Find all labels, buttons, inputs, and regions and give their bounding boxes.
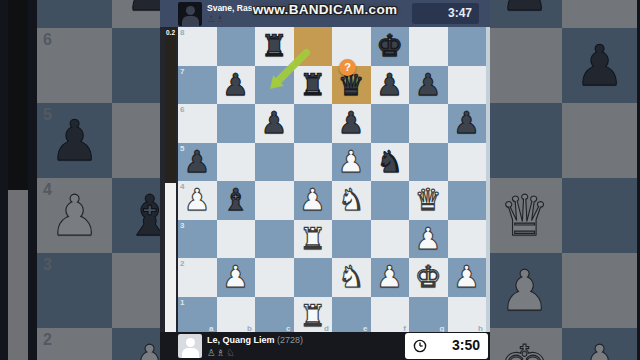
square-h8[interactable] bbox=[448, 27, 487, 66]
bandicam-watermark: www.BANDICAM.com bbox=[160, 2, 490, 17]
square-a7[interactable]: 7 bbox=[178, 66, 217, 105]
mistake-badge: ? bbox=[339, 59, 356, 76]
square-b2[interactable]: ♟ bbox=[217, 258, 256, 297]
piece-bp-e6[interactable]: ♟ bbox=[338, 108, 365, 138]
rank-label-2: 2 bbox=[180, 259, 184, 268]
piece-wp-a4[interactable]: ♟ bbox=[184, 185, 211, 215]
rank-label-8: 8 bbox=[180, 28, 184, 37]
piece-wn-e2[interactable]: ♞ bbox=[338, 262, 365, 292]
eval-bar-black bbox=[165, 27, 176, 183]
piece-br-d7[interactable]: ♜ bbox=[299, 70, 326, 100]
piece-bn-f5[interactable]: ♞ bbox=[376, 147, 403, 177]
bottom-player-rating: (2728) bbox=[277, 335, 303, 345]
piece-wq-g4[interactable]: ♛ bbox=[415, 185, 442, 215]
square-b8[interactable] bbox=[217, 27, 256, 66]
bottom-player-avatar bbox=[178, 334, 202, 358]
square-h6[interactable]: ♟ bbox=[448, 104, 487, 143]
eval-bar: 0.2 bbox=[165, 27, 176, 332]
bottom-player-name-text: Le, Quang Liem bbox=[207, 335, 275, 345]
rank-label-7: 7 bbox=[180, 67, 184, 76]
piece-wp-b2[interactable]: ♟ bbox=[222, 262, 249, 292]
piece-bp-c6[interactable]: ♟ bbox=[261, 108, 288, 138]
square-d6[interactable] bbox=[294, 104, 333, 143]
square-b3[interactable] bbox=[217, 220, 256, 259]
square-c5[interactable] bbox=[255, 143, 294, 182]
square-h5[interactable] bbox=[448, 143, 487, 182]
square-c4[interactable] bbox=[255, 181, 294, 220]
square-g4[interactable]: ♛ bbox=[409, 181, 448, 220]
square-a5[interactable]: ♟5 bbox=[178, 143, 217, 182]
avatar-body-icon bbox=[182, 16, 199, 26]
square-f4[interactable] bbox=[371, 181, 410, 220]
bottom-player-bar: Le, Quang Liem (2728) ♙♗♘ 3:50 bbox=[160, 332, 490, 360]
piece-bp-g7[interactable]: ♟ bbox=[415, 70, 442, 100]
piece-bb-b4[interactable]: ♝ bbox=[222, 185, 249, 215]
square-f1[interactable]: f bbox=[371, 297, 410, 336]
square-e2[interactable]: ♞ bbox=[332, 258, 371, 297]
piece-wp-g3[interactable]: ♟ bbox=[415, 224, 442, 254]
square-e1[interactable]: e bbox=[332, 297, 371, 336]
piece-bp-a5[interactable]: ♟ bbox=[184, 147, 211, 177]
piece-wk-g2[interactable]: ♚ bbox=[415, 262, 442, 292]
square-f5[interactable]: ♞ bbox=[371, 143, 410, 182]
bottom-player-captured-pieces: ♙♗♘ bbox=[207, 347, 236, 358]
rank-label-6: 6 bbox=[180, 105, 184, 114]
avatar-body-icon bbox=[182, 348, 199, 358]
square-b4[interactable]: ♝ bbox=[217, 181, 256, 220]
square-d7[interactable]: ♜ bbox=[294, 66, 333, 105]
piece-bp-b7[interactable]: ♟ bbox=[222, 70, 249, 100]
piece-wp-d4[interactable]: ♟ bbox=[299, 185, 326, 215]
square-f3[interactable] bbox=[371, 220, 410, 259]
square-f6[interactable] bbox=[371, 104, 410, 143]
square-d3[interactable]: ♜ bbox=[294, 220, 333, 259]
square-h4[interactable] bbox=[448, 181, 487, 220]
bottom-player-name: Le, Quang Liem (2728) bbox=[207, 335, 303, 345]
piece-bp-h6[interactable]: ♟ bbox=[453, 108, 480, 138]
rank-label-3: 3 bbox=[180, 221, 184, 230]
piece-bk-f8[interactable]: ♚ bbox=[376, 31, 403, 61]
square-h7[interactable] bbox=[448, 66, 487, 105]
piece-wp-h2[interactable]: ♟ bbox=[453, 262, 480, 292]
bottom-player-clock-time: 3:50 bbox=[452, 337, 480, 353]
clock-icon bbox=[413, 339, 427, 353]
square-e5[interactable]: ♟ bbox=[332, 143, 371, 182]
square-a8[interactable]: 8 bbox=[178, 27, 217, 66]
square-a6[interactable]: 6 bbox=[178, 104, 217, 143]
piece-wp-f2[interactable]: ♟ bbox=[376, 262, 403, 292]
avatar-head-icon bbox=[186, 338, 195, 347]
square-c2[interactable] bbox=[255, 258, 294, 297]
piece-wp-e5[interactable]: ♟ bbox=[338, 147, 365, 177]
piece-br-c8[interactable]: ♜ bbox=[261, 31, 288, 61]
square-d5[interactable] bbox=[294, 143, 333, 182]
square-c1[interactable]: c bbox=[255, 297, 294, 336]
chess-board[interactable]: 8♜♚7♟♜♛♟♟6♟♟♟♟5♟♞♟4♝♟♞♛3♜♟2♟♞♟♚♟1abc♜def… bbox=[178, 27, 486, 335]
square-g1[interactable]: g bbox=[409, 297, 448, 336]
square-d2[interactable] bbox=[294, 258, 333, 297]
square-h3[interactable] bbox=[448, 220, 487, 259]
piece-bp-f7[interactable]: ♟ bbox=[376, 70, 403, 100]
square-a4[interactable]: ♟4 bbox=[178, 181, 217, 220]
rank-label-1: 1 bbox=[180, 298, 184, 307]
square-a3[interactable]: 3 bbox=[178, 220, 217, 259]
square-b7[interactable]: ♟ bbox=[217, 66, 256, 105]
square-b5[interactable] bbox=[217, 143, 256, 182]
square-f7[interactable]: ♟ bbox=[371, 66, 410, 105]
square-d4[interactable]: ♟ bbox=[294, 181, 333, 220]
square-a1[interactable]: 1a bbox=[178, 297, 217, 336]
square-g5[interactable] bbox=[409, 143, 448, 182]
square-g8[interactable] bbox=[409, 27, 448, 66]
square-c6[interactable]: ♟ bbox=[255, 104, 294, 143]
square-h1[interactable]: h bbox=[448, 297, 487, 336]
square-g7[interactable]: ♟ bbox=[409, 66, 448, 105]
square-d1[interactable]: ♜d bbox=[294, 297, 333, 336]
square-h2[interactable]: ♟ bbox=[448, 258, 487, 297]
square-g6[interactable] bbox=[409, 104, 448, 143]
screencast-window: Svane, Rasmu ♙♗ 3:47 0.2 8♜♚7♟♜♛♟♟6♟♟♟♟5… bbox=[160, 0, 490, 360]
square-g2[interactable]: ♚ bbox=[409, 258, 448, 297]
screenshot-stage: 8♜♚7♟♜♛♟♟6♟♟♟♟5♟♞♟4♝♟♞♛3♜♟2♟♞♟♚♟1♜ Svane… bbox=[0, 0, 640, 360]
piece-wn-e4[interactable]: ♞ bbox=[338, 185, 365, 215]
square-b6[interactable] bbox=[217, 104, 256, 143]
square-e6[interactable]: ♟ bbox=[332, 104, 371, 143]
square-e3[interactable] bbox=[332, 220, 371, 259]
square-f2[interactable]: ♟ bbox=[371, 258, 410, 297]
board-area: 0.2 8♜♚7♟♜♛♟♟6♟♟♟♟5♟♞♟4♝♟♞♛3♜♟2♟♞♟♚♟1abc… bbox=[160, 27, 490, 332]
square-e4[interactable]: ♞ bbox=[332, 181, 371, 220]
square-c8[interactable]: ♜ bbox=[255, 27, 294, 66]
square-a2[interactable]: 2 bbox=[178, 258, 217, 297]
square-g3[interactable]: ♟ bbox=[409, 220, 448, 259]
eval-bar-white bbox=[165, 183, 176, 332]
square-b1[interactable]: b bbox=[217, 297, 256, 336]
bottom-player-clock: 3:50 bbox=[405, 333, 488, 359]
board-right-edge bbox=[486, 27, 490, 332]
square-f8[interactable]: ♚ bbox=[371, 27, 410, 66]
square-c3[interactable] bbox=[255, 220, 294, 259]
square-d8[interactable] bbox=[294, 27, 333, 66]
square-c7[interactable] bbox=[255, 66, 294, 105]
piece-wr-d1[interactable]: ♜ bbox=[299, 301, 326, 331]
piece-wr-d3[interactable]: ♜ bbox=[299, 224, 326, 254]
